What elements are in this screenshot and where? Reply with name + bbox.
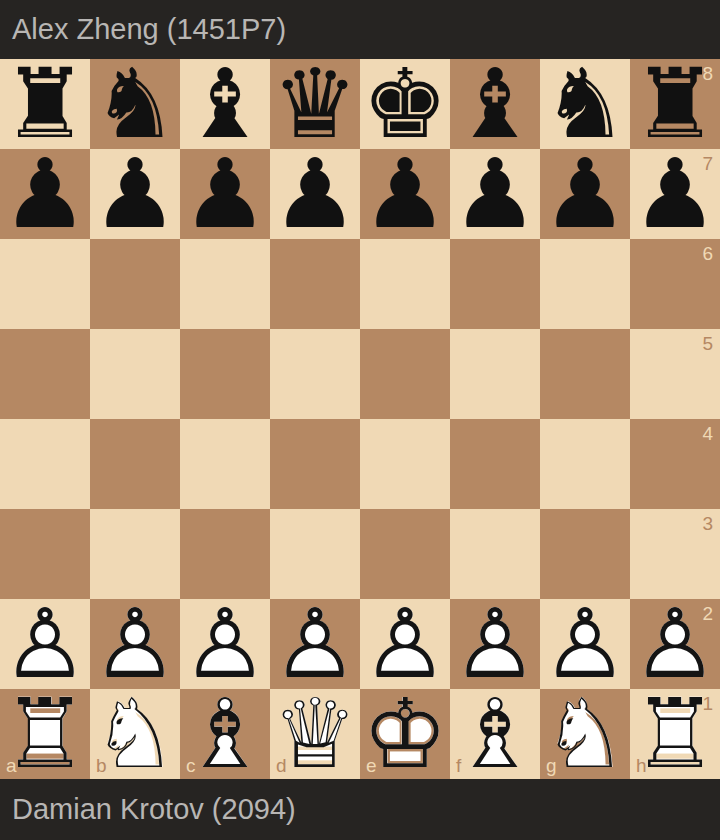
- piece-outline-glyph: ♔: [360, 689, 450, 779]
- piece-outline-glyph: ♙: [90, 599, 180, 689]
- white-bishop[interactable]: ♝♗: [180, 689, 270, 779]
- square-h6[interactable]: 6: [630, 239, 720, 329]
- square-f6[interactable]: [450, 239, 540, 329]
- square-b1[interactable]: b♞♘: [90, 689, 180, 779]
- square-e6[interactable]: [360, 239, 450, 329]
- square-d4[interactable]: [270, 419, 360, 509]
- square-d8[interactable]: ♛: [270, 59, 360, 149]
- square-d6[interactable]: [270, 239, 360, 329]
- white-pawn[interactable]: ♟♙: [270, 599, 360, 689]
- black-knight[interactable]: ♞: [540, 59, 630, 149]
- square-h3[interactable]: 3: [630, 509, 720, 599]
- square-f8[interactable]: ♝: [450, 59, 540, 149]
- piece-outline-glyph: ♙: [180, 599, 270, 689]
- rank-label-3: 3: [702, 514, 713, 533]
- black-queen[interactable]: ♛: [270, 59, 360, 149]
- square-d5[interactable]: [270, 329, 360, 419]
- piece-glyph: ♟: [90, 149, 180, 239]
- piece-glyph: ♟: [450, 149, 540, 239]
- square-c7[interactable]: ♟: [180, 149, 270, 239]
- square-b8[interactable]: ♞: [90, 59, 180, 149]
- square-a1[interactable]: a♜♖: [0, 689, 90, 779]
- square-c8[interactable]: ♝: [180, 59, 270, 149]
- square-e8[interactable]: ♚: [360, 59, 450, 149]
- square-a8[interactable]: ♜: [0, 59, 90, 149]
- square-a5[interactable]: [0, 329, 90, 419]
- square-a2[interactable]: ♟♙: [0, 599, 90, 689]
- square-g2[interactable]: ♟♙: [540, 599, 630, 689]
- black-knight[interactable]: ♞: [90, 59, 180, 149]
- square-d1[interactable]: d♛♕: [270, 689, 360, 779]
- piece-outline-glyph: ♙: [630, 599, 720, 689]
- white-rook[interactable]: ♜♖: [630, 689, 720, 779]
- piece-outline-glyph: ♕: [270, 689, 360, 779]
- piece-glyph: ♟: [360, 149, 450, 239]
- black-pawn[interactable]: ♟: [540, 149, 630, 239]
- square-g3[interactable]: [540, 509, 630, 599]
- square-b2[interactable]: ♟♙: [90, 599, 180, 689]
- square-e1[interactable]: e♚♔: [360, 689, 450, 779]
- square-h1[interactable]: 1h♜♖: [630, 689, 720, 779]
- piece-glyph: ♛: [270, 59, 360, 149]
- piece-outline-glyph: ♙: [270, 599, 360, 689]
- black-rook[interactable]: ♜: [630, 59, 720, 149]
- piece-glyph: ♞: [540, 59, 630, 149]
- square-f3[interactable]: [450, 509, 540, 599]
- square-g6[interactable]: [540, 239, 630, 329]
- piece-glyph: ♟: [630, 149, 720, 239]
- white-pawn[interactable]: ♟♙: [360, 599, 450, 689]
- square-f5[interactable]: [450, 329, 540, 419]
- black-pawn[interactable]: ♟: [450, 149, 540, 239]
- white-pawn[interactable]: ♟♙: [540, 599, 630, 689]
- black-pawn[interactable]: ♟: [0, 149, 90, 239]
- square-f7[interactable]: ♟: [450, 149, 540, 239]
- piece-glyph: ♟: [180, 149, 270, 239]
- black-bishop[interactable]: ♝: [180, 59, 270, 149]
- square-g8[interactable]: ♞: [540, 59, 630, 149]
- square-d7[interactable]: ♟: [270, 149, 360, 239]
- square-g7[interactable]: ♟: [540, 149, 630, 239]
- piece-glyph: ♚: [360, 59, 450, 149]
- square-g4[interactable]: [540, 419, 630, 509]
- top-player-name[interactable]: Alex Zheng (1451P7): [12, 13, 286, 46]
- white-pawn[interactable]: ♟♙: [180, 599, 270, 689]
- square-e4[interactable]: [360, 419, 450, 509]
- piece-glyph: ♟: [540, 149, 630, 239]
- piece-outline-glyph: ♙: [540, 599, 630, 689]
- square-g5[interactable]: [540, 329, 630, 419]
- white-rook[interactable]: ♜♖: [0, 689, 90, 779]
- black-rook[interactable]: ♜: [0, 59, 90, 149]
- square-h2[interactable]: 2♟♙: [630, 599, 720, 689]
- square-b7[interactable]: ♟: [90, 149, 180, 239]
- black-bishop[interactable]: ♝: [450, 59, 540, 149]
- square-d2[interactable]: ♟♙: [270, 599, 360, 689]
- square-h7[interactable]: 7♟: [630, 149, 720, 239]
- black-pawn[interactable]: ♟: [270, 149, 360, 239]
- square-c3[interactable]: [180, 509, 270, 599]
- piece-outline-glyph: ♖: [0, 689, 90, 779]
- square-c5[interactable]: [180, 329, 270, 419]
- square-f1[interactable]: f♝♗: [450, 689, 540, 779]
- square-e2[interactable]: ♟♙: [360, 599, 450, 689]
- square-c1[interactable]: c♝♗: [180, 689, 270, 779]
- piece-glyph: ♟: [270, 149, 360, 239]
- square-a6[interactable]: [0, 239, 90, 329]
- square-c2[interactable]: ♟♙: [180, 599, 270, 689]
- white-bishop[interactable]: ♝♗: [450, 689, 540, 779]
- piece-glyph: ♜: [0, 59, 90, 149]
- black-pawn[interactable]: ♟: [90, 149, 180, 239]
- square-b5[interactable]: [90, 329, 180, 419]
- white-pawn[interactable]: ♟♙: [630, 599, 720, 689]
- bottom-player-name[interactable]: Damian Krotov (2094): [12, 793, 296, 826]
- piece-outline-glyph: ♙: [360, 599, 450, 689]
- square-c6[interactable]: [180, 239, 270, 329]
- black-pawn[interactable]: ♟: [180, 149, 270, 239]
- black-pawn[interactable]: ♟: [630, 149, 720, 239]
- piece-outline-glyph: ♗: [180, 689, 270, 779]
- white-pawn[interactable]: ♟♙: [0, 599, 90, 689]
- piece-outline-glyph: ♙: [0, 599, 90, 689]
- white-king[interactable]: ♚♔: [360, 689, 450, 779]
- square-b6[interactable]: [90, 239, 180, 329]
- square-b4[interactable]: [90, 419, 180, 509]
- square-a3[interactable]: [0, 509, 90, 599]
- square-g1[interactable]: g♞♘: [540, 689, 630, 779]
- piece-outline-glyph: ♖: [630, 689, 720, 779]
- chess-board: ♜♞♝♛♚♝♞8♜♟♟♟♟♟♟♟7♟6543♟♙♟♙♟♙♟♙♟♙♟♙♟♙2♟♙a…: [0, 59, 720, 779]
- piece-glyph: ♟: [0, 149, 90, 239]
- white-queen[interactable]: ♛♕: [270, 689, 360, 779]
- square-b3[interactable]: [90, 509, 180, 599]
- piece-outline-glyph: ♘: [540, 689, 630, 779]
- piece-outline-glyph: ♗: [450, 689, 540, 779]
- square-h4[interactable]: 4: [630, 419, 720, 509]
- black-pawn[interactable]: ♟: [360, 149, 450, 239]
- piece-outline-glyph: ♘: [90, 689, 180, 779]
- piece-outline-glyph: ♙: [450, 599, 540, 689]
- square-f2[interactable]: ♟♙: [450, 599, 540, 689]
- square-e7[interactable]: ♟: [360, 149, 450, 239]
- black-king[interactable]: ♚: [360, 59, 450, 149]
- square-d3[interactable]: [270, 509, 360, 599]
- square-h5[interactable]: 5: [630, 329, 720, 419]
- piece-glyph: ♝: [450, 59, 540, 149]
- rank-label-4: 4: [702, 424, 713, 443]
- piece-glyph: ♜: [630, 59, 720, 149]
- square-e3[interactable]: [360, 509, 450, 599]
- square-c4[interactable]: [180, 419, 270, 509]
- square-f4[interactable]: [450, 419, 540, 509]
- square-h8[interactable]: 8♜: [630, 59, 720, 149]
- square-e5[interactable]: [360, 329, 450, 419]
- white-knight[interactable]: ♞♘: [540, 689, 630, 779]
- white-pawn[interactable]: ♟♙: [90, 599, 180, 689]
- piece-glyph: ♝: [180, 59, 270, 149]
- square-a7[interactable]: ♟: [0, 149, 90, 239]
- chess-app: Alex Zheng (1451P7) ♜♞♝♛♚♝♞8♜♟♟♟♟♟♟♟7♟65…: [0, 0, 720, 840]
- white-pawn[interactable]: ♟♙: [450, 599, 540, 689]
- rank-label-5: 5: [702, 334, 713, 353]
- square-a4[interactable]: [0, 419, 90, 509]
- white-knight[interactable]: ♞♘: [90, 689, 180, 779]
- piece-glyph: ♞: [90, 59, 180, 149]
